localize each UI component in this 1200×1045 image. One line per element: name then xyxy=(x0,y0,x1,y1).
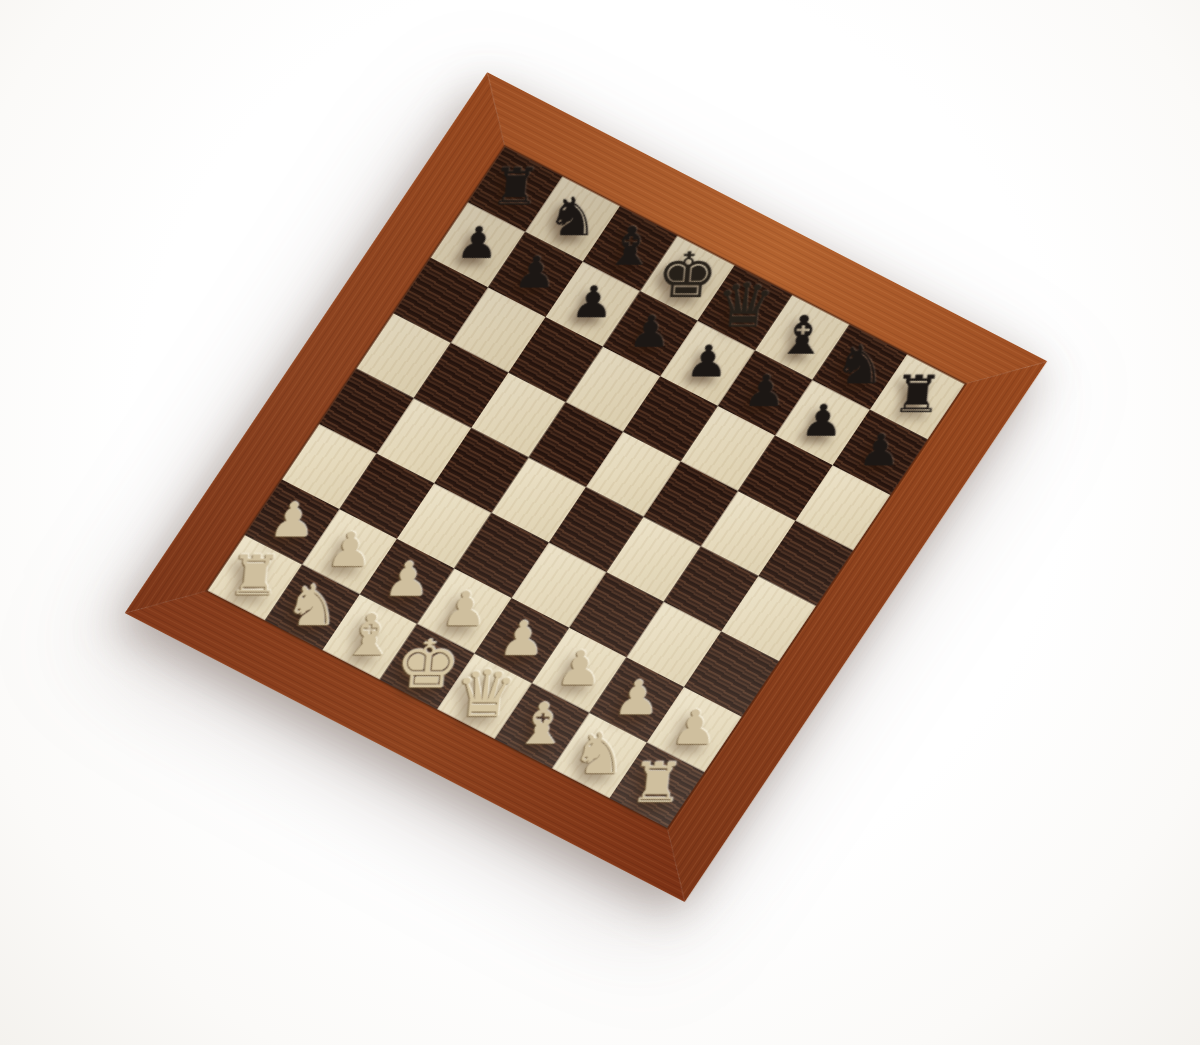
black-pawn[interactable]: ♟ xyxy=(742,369,789,413)
black-bishop[interactable]: ♝ xyxy=(602,220,659,273)
white-knight[interactable]: ♞ xyxy=(569,725,630,782)
photo-background: ♜♞♝♚♛♝♞♜♟♟♟♟♟♟♟♟♟♟♟♟♟♟♟♟♜♞♝♚♛♝♞♜ xyxy=(0,0,1200,1045)
black-pawn[interactable]: ♟ xyxy=(857,429,904,473)
black-knight[interactable]: ♞ xyxy=(831,339,888,392)
chess-board: ♜♞♝♚♛♝♞♜♟♟♟♟♟♟♟♟♟♟♟♟♟♟♟♟♜♞♝♚♛♝♞♜ xyxy=(125,72,1048,902)
black-pawn[interactable]: ♟ xyxy=(627,310,674,354)
white-queen[interactable]: ♛ xyxy=(450,662,519,727)
white-pawn[interactable]: ♟ xyxy=(267,496,318,544)
black-pawn[interactable]: ♟ xyxy=(799,399,846,443)
white-bishop[interactable]: ♝ xyxy=(512,695,573,752)
white-rook[interactable]: ♜ xyxy=(226,548,285,603)
black-queen[interactable]: ♛ xyxy=(713,276,778,337)
black-pawn[interactable]: ♟ xyxy=(684,340,731,384)
board-grid: ♜♞♝♚♛♝♞♜♟♟♟♟♟♟♟♟♟♟♟♟♟♟♟♟♜♞♝♚♛♝♞♜ xyxy=(208,147,965,828)
black-bishop[interactable]: ♝ xyxy=(774,309,831,362)
white-pawn[interactable]: ♟ xyxy=(382,556,433,604)
white-king[interactable]: ♚ xyxy=(392,631,463,698)
white-pawn[interactable]: ♟ xyxy=(669,704,720,752)
white-pawn[interactable]: ♟ xyxy=(612,674,663,722)
black-king[interactable]: ♚ xyxy=(654,245,721,308)
white-pawn[interactable]: ♟ xyxy=(554,645,605,693)
white-rook[interactable]: ♜ xyxy=(628,755,687,810)
white-bishop[interactable]: ♝ xyxy=(340,606,401,663)
white-knight[interactable]: ♞ xyxy=(282,577,343,634)
black-pawn[interactable]: ♟ xyxy=(455,221,502,265)
black-rook[interactable]: ♜ xyxy=(488,162,543,214)
black-knight[interactable]: ♞ xyxy=(544,191,601,244)
black-rook[interactable]: ♜ xyxy=(890,369,945,421)
black-pawn[interactable]: ♟ xyxy=(512,251,559,295)
white-pawn[interactable]: ♟ xyxy=(324,526,375,574)
black-pawn[interactable]: ♟ xyxy=(570,280,617,324)
